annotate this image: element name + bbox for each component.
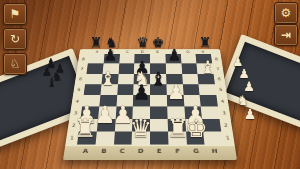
square-g7[interactable] [181, 64, 198, 74]
file-labels-bottom: ABCDEFGH [75, 145, 225, 159]
piece-black-queen-d8[interactable]: ♛ [136, 36, 148, 50]
file-label-top-g: G [180, 50, 195, 53]
piece-white-knight: ♞ [237, 94, 249, 108]
file-label-e: E [150, 148, 169, 155]
square-b1[interactable] [95, 131, 114, 144]
piece-white-bishop-b5[interactable]: ♝ [100, 70, 117, 89]
square-a8[interactable] [88, 54, 105, 64]
rank-label-7: 7 [76, 64, 88, 74]
piece-white-pawn-f4[interactable]: ♟ [167, 82, 185, 102]
square-e8[interactable] [150, 54, 166, 64]
rank-label-5: 5 [73, 84, 85, 95]
file-label-top-c: C [120, 50, 135, 53]
piece-white-king-g1[interactable]: ♚ [185, 116, 208, 141]
piece-white-bishop-h6[interactable]: ♝ [200, 59, 215, 76]
file-label-h: H [205, 148, 224, 155]
exit-icon: ⇥ [281, 29, 291, 41]
knight-icon: ♘ [10, 58, 21, 70]
piece-black-pawn-f7[interactable]: ♟ [167, 47, 181, 62]
piece-black-bishop-e5[interactable]: ♝ [150, 70, 167, 89]
settings-button[interactable]: ⚙ [274, 2, 298, 24]
file-label-g: G [187, 148, 206, 155]
file-label-top-e: E [150, 50, 165, 53]
rank-label-8: 8 [78, 54, 89, 64]
rank-label-right-3: 3 [218, 107, 231, 119]
piece-white-pawn: ♟ [244, 107, 257, 121]
file-label-d: D [131, 148, 150, 155]
file-label-a: A [76, 148, 95, 155]
game-screen: ABCDEFGH ABCDEFGH 87654321 87654321 ♜♞♛♚… [0, 0, 300, 169]
square-e2[interactable] [150, 119, 168, 132]
square-e4[interactable] [150, 95, 167, 106]
piece-black-rook-a8[interactable]: ♜ [90, 36, 102, 50]
piece-black-king-e8[interactable]: ♚ [152, 36, 164, 50]
exit-button[interactable]: ⇥ [274, 24, 298, 46]
file-label-f: F [168, 148, 187, 155]
file-label-top-d: D [135, 50, 150, 53]
square-c8[interactable] [119, 54, 135, 64]
file-label-c: C [113, 148, 132, 155]
rank-label-6: 6 [75, 74, 87, 85]
restart-icon: ↻ [10, 33, 20, 45]
file-label-top-h: H [195, 50, 211, 53]
square-c5[interactable] [117, 84, 134, 95]
square-f7[interactable] [166, 64, 182, 74]
gear-icon: ⚙ [281, 7, 292, 19]
file-label-top-a: A [89, 50, 105, 53]
hint-button[interactable]: ♘ [3, 53, 27, 75]
square-c7[interactable] [118, 64, 134, 74]
square-g8[interactable] [180, 54, 196, 64]
piece-black-pawn-d4[interactable]: ♟ [132, 82, 150, 102]
square-h5[interactable] [199, 84, 217, 95]
rank-label-right-4: 4 [216, 95, 228, 106]
rank-label-right-2: 2 [220, 119, 233, 132]
rank-label-right-1: 1 [221, 131, 234, 144]
piece-black-pawn-b7[interactable]: ♟ [103, 47, 117, 62]
piece-white-queen-d1[interactable]: ♛ [129, 116, 152, 141]
rank-label-right-5: 5 [215, 84, 227, 95]
piece-white-rook-a1[interactable]: ♜ [74, 116, 97, 141]
square-e3[interactable] [150, 107, 167, 119]
piece-black-rook-h8[interactable]: ♜ [199, 36, 211, 50]
resign-button[interactable]: ⚑ [3, 3, 27, 25]
flag-icon: ⚑ [10, 8, 21, 20]
file-label-b: B [94, 148, 113, 155]
square-a5[interactable] [84, 84, 102, 95]
piece-black-bishop: ♝ [47, 76, 58, 88]
restart-button[interactable]: ↻ [3, 28, 27, 50]
square-e1[interactable] [150, 131, 168, 144]
